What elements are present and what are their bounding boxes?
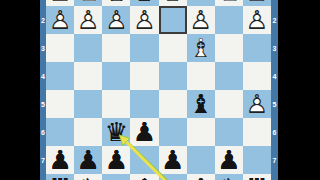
- square-f2[interactable]: ♟♙: [102, 6, 130, 34]
- square-g5[interactable]: [74, 90, 102, 118]
- square-c6[interactable]: [187, 118, 215, 146]
- square-e4[interactable]: [130, 62, 158, 90]
- chess-board[interactable]: ♜♖♞♘♝♗♚♔♛♕♞♘♜♖♟♙♟♙♟♙♟♙♟♙♟♙♝♗♝♗♟♙♛♕♟♙♟♙♟♙…: [46, 0, 271, 180]
- piece-white-pawn[interactable]: ♟♙: [102, 6, 130, 34]
- square-c8[interactable]: ♝♗: [187, 174, 215, 180]
- piece-black-pawn[interactable]: ♟♙: [46, 146, 74, 174]
- piece-white-pawn[interactable]: ♟♙: [243, 90, 271, 118]
- rank-label-6: 6: [271, 128, 278, 137]
- square-b4[interactable]: [215, 62, 243, 90]
- square-b3[interactable]: [215, 34, 243, 62]
- square-d5[interactable]: [159, 90, 187, 118]
- square-d7[interactable]: ♟♙: [159, 146, 187, 174]
- piece-black-pawn[interactable]: ♟♙: [102, 146, 130, 174]
- square-g8[interactable]: ♞♘: [74, 174, 102, 180]
- square-h7[interactable]: ♟♙: [46, 146, 74, 174]
- square-f4[interactable]: [102, 62, 130, 90]
- square-e6[interactable]: ♟♙: [130, 118, 158, 146]
- square-d2[interactable]: [159, 6, 187, 34]
- piece-black-bishop[interactable]: ♝♗: [187, 90, 215, 118]
- square-b6[interactable]: [215, 118, 243, 146]
- square-g7[interactable]: ♟♙: [74, 146, 102, 174]
- square-c3[interactable]: ♝♗: [187, 34, 215, 62]
- square-h5[interactable]: [46, 90, 74, 118]
- square-e7[interactable]: [130, 146, 158, 174]
- rank-labels-right: 12345678: [271, 0, 278, 180]
- piece-black-pawn[interactable]: ♟♙: [130, 118, 158, 146]
- rank-label-7: 7: [271, 156, 278, 165]
- square-e8[interactable]: ♚♔: [130, 174, 158, 180]
- piece-black-king[interactable]: ♚♔: [130, 174, 158, 180]
- piece-black-knight[interactable]: ♞♘: [74, 174, 102, 180]
- square-c4[interactable]: [187, 62, 215, 90]
- square-f3[interactable]: [102, 34, 130, 62]
- square-c2[interactable]: ♟♙: [187, 6, 215, 34]
- piece-white-pawn[interactable]: ♟♙: [74, 6, 102, 34]
- square-g4[interactable]: [74, 62, 102, 90]
- piece-black-bishop[interactable]: ♝♗: [187, 174, 215, 180]
- square-a5[interactable]: ♟♙: [243, 90, 271, 118]
- square-d6[interactable]: [159, 118, 187, 146]
- piece-white-bishop[interactable]: ♝♗: [187, 34, 215, 62]
- square-d3[interactable]: [159, 34, 187, 62]
- piece-black-pawn[interactable]: ♟♙: [159, 146, 187, 174]
- square-c5[interactable]: ♝♗: [187, 90, 215, 118]
- square-h4[interactable]: [46, 62, 74, 90]
- square-e3[interactable]: [130, 34, 158, 62]
- square-a7[interactable]: [243, 146, 271, 174]
- piece-black-rook[interactable]: ♜♖: [243, 174, 271, 180]
- square-c7[interactable]: [187, 146, 215, 174]
- piece-white-pawn[interactable]: ♟♙: [130, 6, 158, 34]
- square-f6[interactable]: ♛♕: [102, 118, 130, 146]
- square-d8[interactable]: [159, 174, 187, 180]
- square-a2[interactable]: ♟♙: [243, 6, 271, 34]
- piece-white-pawn[interactable]: ♟♙: [243, 6, 271, 34]
- square-g2[interactable]: ♟♙: [74, 6, 102, 34]
- square-a8[interactable]: ♜♖: [243, 174, 271, 180]
- rank-label-4: 4: [271, 72, 278, 81]
- rank-label-3: 3: [271, 44, 278, 53]
- rank-label-2: 2: [271, 16, 278, 25]
- square-f5[interactable]: [102, 90, 130, 118]
- square-g3[interactable]: [74, 34, 102, 62]
- square-b7[interactable]: ♟♙: [215, 146, 243, 174]
- piece-black-rook[interactable]: ♜♖: [46, 174, 74, 180]
- piece-black-queen[interactable]: ♛♕: [102, 118, 130, 146]
- square-b8[interactable]: ♞♘: [215, 174, 243, 180]
- square-h2[interactable]: ♟♙: [46, 6, 74, 34]
- square-a4[interactable]: [243, 62, 271, 90]
- square-f8[interactable]: [102, 174, 130, 180]
- square-h6[interactable]: [46, 118, 74, 146]
- square-b5[interactable]: [215, 90, 243, 118]
- rank-label-5: 5: [271, 100, 278, 109]
- square-h3[interactable]: [46, 34, 74, 62]
- piece-black-pawn[interactable]: ♟♙: [74, 146, 102, 174]
- piece-white-pawn[interactable]: ♟♙: [187, 6, 215, 34]
- square-a6[interactable]: [243, 118, 271, 146]
- square-e5[interactable]: [130, 90, 158, 118]
- square-d4[interactable]: [159, 62, 187, 90]
- chess-board-screenshot: 12345678 ♜♖♞♘♝♗♚♔♛♕♞♘♜♖♟♙♟♙♟♙♟♙♟♙♟♙♝♗♝♗♟…: [0, 0, 320, 180]
- square-h8[interactable]: ♜♖: [46, 174, 74, 180]
- piece-black-pawn[interactable]: ♟♙: [215, 146, 243, 174]
- square-e2[interactable]: ♟♙: [130, 6, 158, 34]
- piece-white-pawn[interactable]: ♟♙: [46, 6, 74, 34]
- square-g6[interactable]: [74, 118, 102, 146]
- square-a3[interactable]: [243, 34, 271, 62]
- piece-black-knight[interactable]: ♞♘: [215, 174, 243, 180]
- square-b2[interactable]: [215, 6, 243, 34]
- square-f7[interactable]: ♟♙: [102, 146, 130, 174]
